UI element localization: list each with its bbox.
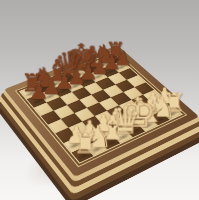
black-pawn[interactable]: ♟ <box>29 82 48 103</box>
white-rook[interactable]: ♜ <box>73 129 98 157</box>
chess-board: ♜♞♝♛♚♝♞♜♟♟♟♟♟♟♟♟♟♟♟♟♟♟♟♟♜♞♝♛♚♝♞♜ <box>6 62 197 195</box>
scene: ♜♞♝♛♚♝♞♜♟♟♟♟♟♟♟♟♟♟♟♟♟♟♟♟♜♞♝♛♚♝♞♜ <box>0 0 199 200</box>
product-photo: ♜♞♝♛♚♝♞♜♟♟♟♟♟♟♟♟♟♟♟♟♟♟♟♟♜♞♝♛♚♝♞♜ <box>0 0 199 200</box>
square-a1[interactable]: ♜ <box>71 146 93 162</box>
